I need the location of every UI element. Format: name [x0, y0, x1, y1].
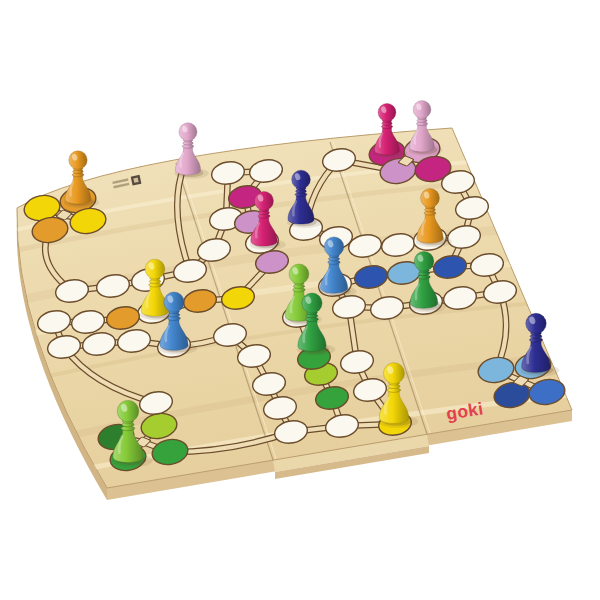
pawn-pink[interactable] [409, 101, 443, 156]
ludo-board-product-photo: goki [0, 0, 600, 600]
pawn-pink[interactable] [174, 123, 208, 179]
board-svg: goki [0, 0, 600, 600]
pawn-magenta[interactable] [374, 103, 408, 158]
